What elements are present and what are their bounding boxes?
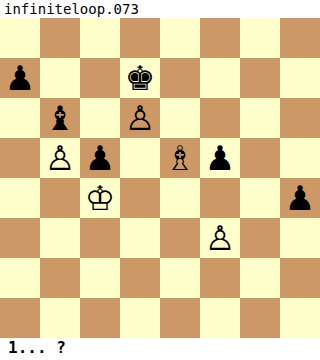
square-a8[interactable] <box>0 18 40 58</box>
black-pawn[interactable]: ♟ <box>5 58 35 98</box>
square-g4[interactable] <box>240 178 280 218</box>
square-c8[interactable] <box>80 18 120 58</box>
square-g1[interactable] <box>240 298 280 338</box>
square-g7[interactable] <box>240 58 280 98</box>
square-a7[interactable]: ♟ <box>0 58 40 98</box>
square-f3[interactable]: ♙ <box>200 218 240 258</box>
square-a4[interactable] <box>0 178 40 218</box>
square-a6[interactable] <box>0 98 40 138</box>
square-b1[interactable] <box>40 298 80 338</box>
square-e8[interactable] <box>160 18 200 58</box>
square-h7[interactable] <box>280 58 320 98</box>
square-d2[interactable] <box>120 258 160 298</box>
square-h2[interactable] <box>280 258 320 298</box>
square-a3[interactable] <box>0 218 40 258</box>
square-g2[interactable] <box>240 258 280 298</box>
white-pawn[interactable]: ♙ <box>45 138 75 178</box>
square-c1[interactable] <box>80 298 120 338</box>
black-king[interactable]: ♚ <box>125 58 155 98</box>
square-g3[interactable] <box>240 218 280 258</box>
square-b8[interactable] <box>40 18 80 58</box>
square-c3[interactable] <box>80 218 120 258</box>
square-g6[interactable] <box>240 98 280 138</box>
square-d1[interactable] <box>120 298 160 338</box>
square-d5[interactable] <box>120 138 160 178</box>
square-c2[interactable] <box>80 258 120 298</box>
square-c7[interactable] <box>80 58 120 98</box>
white-pawn[interactable]: ♙ <box>205 218 235 258</box>
black-pawn[interactable]: ♟ <box>85 138 115 178</box>
square-h1[interactable] <box>280 298 320 338</box>
white-pawn[interactable]: ♙ <box>125 98 155 138</box>
square-h4[interactable]: ♟ <box>280 178 320 218</box>
black-pawn[interactable]: ♟ <box>285 178 315 218</box>
square-e2[interactable] <box>160 258 200 298</box>
square-e5[interactable]: ♗ <box>160 138 200 178</box>
square-h3[interactable] <box>280 218 320 258</box>
square-e4[interactable] <box>160 178 200 218</box>
square-b3[interactable] <box>40 218 80 258</box>
square-f4[interactable] <box>200 178 240 218</box>
square-b5[interactable]: ♙ <box>40 138 80 178</box>
white-king[interactable]: ♔ <box>85 178 115 218</box>
square-g8[interactable] <box>240 18 280 58</box>
square-b2[interactable] <box>40 258 80 298</box>
white-bishop[interactable]: ♗ <box>165 138 195 178</box>
square-g5[interactable] <box>240 138 280 178</box>
square-b6[interactable]: ♝ <box>40 98 80 138</box>
puzzle-title: infiniteloop.073 <box>0 0 320 18</box>
square-f7[interactable] <box>200 58 240 98</box>
square-d3[interactable] <box>120 218 160 258</box>
square-c6[interactable] <box>80 98 120 138</box>
square-a1[interactable] <box>0 298 40 338</box>
square-f1[interactable] <box>200 298 240 338</box>
square-b7[interactable] <box>40 58 80 98</box>
square-d8[interactable] <box>120 18 160 58</box>
square-d6[interactable]: ♙ <box>120 98 160 138</box>
square-e6[interactable] <box>160 98 200 138</box>
square-d4[interactable] <box>120 178 160 218</box>
square-d7[interactable]: ♚ <box>120 58 160 98</box>
square-e7[interactable] <box>160 58 200 98</box>
square-h6[interactable] <box>280 98 320 138</box>
square-e1[interactable] <box>160 298 200 338</box>
square-f6[interactable] <box>200 98 240 138</box>
square-f2[interactable] <box>200 258 240 298</box>
move-prompt: 1... ? <box>0 338 320 360</box>
square-h8[interactable] <box>280 18 320 58</box>
black-bishop[interactable]: ♝ <box>45 98 75 138</box>
square-c4[interactable]: ♔ <box>80 178 120 218</box>
square-f5[interactable]: ♟ <box>200 138 240 178</box>
square-c5[interactable]: ♟ <box>80 138 120 178</box>
square-b4[interactable] <box>40 178 80 218</box>
square-a5[interactable] <box>0 138 40 178</box>
square-a2[interactable] <box>0 258 40 298</box>
chess-puzzle-page: infiniteloop.073 ♟♚♝♙♙♟♗♟♔♟♙ 1... ? <box>0 0 320 360</box>
chess-board: ♟♚♝♙♙♟♗♟♔♟♙ <box>0 18 320 338</box>
black-pawn[interactable]: ♟ <box>205 138 235 178</box>
square-f8[interactable] <box>200 18 240 58</box>
square-h5[interactable] <box>280 138 320 178</box>
square-e3[interactable] <box>160 218 200 258</box>
